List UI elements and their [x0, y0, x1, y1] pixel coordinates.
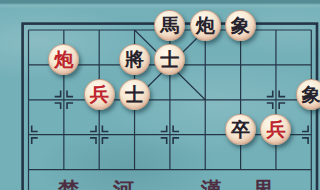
- piece-character: 卒: [231, 120, 250, 139]
- board-intersections-grid[interactable]: 馬炮象炮將士兵士象卒兵: [11, 13, 320, 187]
- piece-character: 炮: [54, 50, 73, 69]
- black-general-piece[interactable]: 將: [119, 44, 150, 75]
- river-label-jie: 界: [253, 176, 274, 190]
- piece-character: 士: [125, 85, 144, 104]
- piece-character: 炮: [196, 16, 215, 35]
- black-elephant-piece[interactable]: 象: [225, 10, 256, 41]
- river-label-chu: 楚: [58, 176, 79, 190]
- piece-character: 將: [125, 50, 144, 69]
- black-soldier-piece[interactable]: 卒: [225, 114, 256, 145]
- black-advisor-piece[interactable]: 士: [154, 44, 185, 75]
- piece-character: 兵: [266, 120, 285, 139]
- river-label-he: 河: [113, 176, 134, 190]
- piece-character: 象: [231, 16, 250, 35]
- black-cannon-piece[interactable]: 炮: [190, 10, 221, 41]
- piece-character: 兵: [90, 85, 109, 104]
- black-advisor-piece[interactable]: 士: [119, 79, 150, 110]
- red-cannon-piece[interactable]: 炮: [48, 44, 79, 75]
- black-horse-piece[interactable]: 馬: [154, 10, 185, 41]
- piece-character: 象: [302, 85, 320, 104]
- red-soldier-piece[interactable]: 兵: [84, 79, 115, 110]
- xiangqi-board: 馬炮象炮將士兵士象卒兵 楚 河 漢 界: [0, 0, 320, 190]
- river-label-han: 漢: [201, 176, 222, 190]
- black-elephant-piece[interactable]: 象: [296, 79, 320, 110]
- piece-character: 馬: [160, 16, 179, 35]
- red-soldier-piece[interactable]: 兵: [260, 114, 291, 145]
- piece-character: 士: [160, 50, 179, 69]
